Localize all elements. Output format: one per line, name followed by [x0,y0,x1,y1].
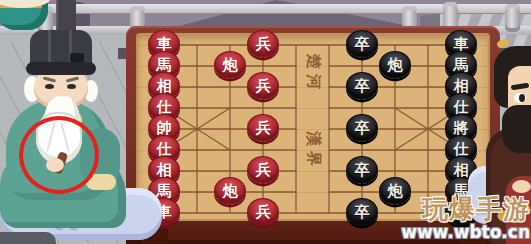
red-soldier-piece[interactable]: 兵 [247,30,279,58]
red-soldier-piece[interactable]: 兵 [247,72,279,100]
red-soldier-piece[interactable]: 兵 [247,198,279,226]
watermark: 玩爆手游 www.wbto.cn [401,196,530,241]
left-player-eye [45,84,54,89]
corner-mat [0,232,56,244]
right-player-beard [502,105,531,153]
black-soldier-piece[interactable]: 卒 [346,198,378,226]
black-cannon-piece[interactable]: 炮 [379,51,411,79]
board-grid: 楚河 漢界 車兵卒車馬炮炮馬相兵卒相仕仕帥兵卒將仕仕相兵卒相馬炮炮馬車兵卒車 [164,45,461,213]
pieces-layer: 車兵卒車馬炮炮馬相兵卒相仕仕帥兵卒將仕仕相兵卒相馬炮炮馬車兵卒車 [164,45,461,213]
railing-baluster [505,4,520,32]
xiangqi-board[interactable]: 楚河 漢界 車兵卒車馬炮炮馬相兵卒相仕仕帥兵卒將仕仕相兵卒相馬炮炮馬車兵卒車 [136,33,490,221]
left-player-eye [67,84,76,89]
red-circle-annotation [19,116,99,194]
game-scene: 楚河 漢界 車兵卒車馬炮炮馬相兵卒相仕仕帥兵卒將仕仕相兵卒相馬炮炮馬車兵卒車 ~… [0,0,531,244]
scholar-hat-brim [26,62,96,75]
black-soldier-piece[interactable]: 卒 [346,156,378,184]
red-cannon-piece[interactable]: 炮 [214,51,246,79]
watermark-site-name: 玩爆手游 [401,196,530,222]
watermark-url: www.wbto.cn [401,224,530,241]
scholar-hat-badge [70,53,84,62]
black-soldier-piece[interactable]: 卒 [346,30,378,58]
right-player-pupil [519,94,525,102]
red-cannon-piece[interactable]: 炮 [214,177,246,205]
black-soldier-piece[interactable]: 卒 [346,114,378,142]
black-soldier-piece[interactable]: 卒 [346,72,378,100]
right-player-hand [512,180,531,193]
red-soldier-piece[interactable]: 兵 [247,114,279,142]
red-soldier-piece[interactable]: 兵 [247,156,279,184]
